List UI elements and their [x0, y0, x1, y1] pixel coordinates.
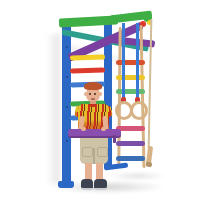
- post-screw: [66, 76, 68, 78]
- child-eye-right: [94, 93, 96, 95]
- shorts-seam: [93, 148, 95, 164]
- child-shoe-right: [94, 179, 107, 190]
- desk-support: [113, 135, 116, 143]
- post-screw: [66, 140, 68, 142]
- climbing-rope: [148, 19, 153, 148]
- ring-strap-left: [122, 23, 125, 100]
- rope-ladder-rung-3: [116, 89, 145, 94]
- wall-shadow: [46, 34, 60, 184]
- shorts-pocket-left: [82, 147, 93, 157]
- rope-ladder-rung-1: [116, 60, 145, 65]
- ring-strap-right: [136, 23, 139, 100]
- child-hand-right: [101, 127, 106, 131]
- rope-ladder-rung-5: [116, 141, 145, 146]
- ladder-floor-shadow: [108, 171, 166, 181]
- child-mouth: [91, 98, 95, 100]
- child-hair: [84, 82, 102, 90]
- post-screw: [66, 46, 68, 48]
- rope-handle-tip: [146, 162, 153, 168]
- child-eye-left: [89, 93, 91, 95]
- post-screw: [66, 106, 68, 108]
- wall-rung-yellow: [70, 55, 105, 61]
- product-photo-kids-gym: [0, 0, 200, 200]
- child-shoe-left: [81, 179, 93, 190]
- rope-ladder-rung-2: [116, 75, 145, 80]
- rope-ladder-rung-6: [116, 156, 145, 161]
- child-hand-left: [81, 127, 86, 131]
- shorts-pocket-right: [97, 147, 108, 157]
- wall-rung-red: [70, 68, 105, 74]
- gym-ring-right: [130, 101, 148, 120]
- left-post-base: [58, 181, 74, 188]
